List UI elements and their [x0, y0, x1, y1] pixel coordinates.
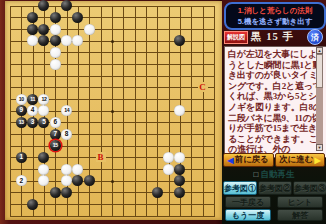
stone: [163, 164, 174, 175]
undo-move-button[interactable]: 一手戻る: [225, 196, 271, 208]
stone: [50, 12, 61, 23]
grid-line: [191, 6, 192, 217]
stone: [61, 164, 72, 175]
back-button-label: 前に戻る: [235, 154, 269, 166]
star-point: [111, 180, 114, 183]
stone: [27, 199, 38, 210]
move-number: 13: [19, 119, 24, 126]
stone: 15: [50, 140, 61, 151]
lesson-title-line1: 1.消しと荒らしの法則: [238, 6, 313, 16]
grid-line: [169, 6, 170, 217]
lesson-title-line2: 5.機を逃さず動き出す: [238, 17, 313, 27]
scroll-up-button[interactable]: ▲: [316, 47, 323, 54]
scrollbar-track[interactable]: ▲ ▼: [316, 47, 323, 151]
auto-replay-label: 自動再生: [260, 169, 294, 181]
back-button[interactable]: ◀ 前に戻る: [223, 153, 274, 167]
stone: [84, 24, 95, 35]
grid-line: [10, 216, 215, 217]
retry-answer-row: もう一度 解答: [225, 209, 323, 221]
stone: [152, 187, 163, 198]
lesson-title-box: 1.消しと荒らしの法則 5.機を逃さず動き出す: [224, 2, 326, 30]
move-number: 7: [54, 131, 58, 138]
go-study-app: 101112941413356781512BC 1.消しと荒らしの法則 5.機を…: [0, 0, 326, 224]
checkbox-icon: □: [254, 170, 259, 179]
move-number: 15: [53, 142, 58, 149]
answer-button[interactable]: 解答: [277, 209, 323, 221]
star-point: [111, 40, 114, 43]
stone: 6: [50, 117, 61, 128]
move-number: 12: [41, 96, 46, 103]
move-number: 11: [30, 96, 35, 103]
stone: 13: [16, 117, 27, 128]
move-number: 5: [42, 119, 46, 126]
move-number: 6: [54, 119, 58, 126]
move-counter: 黒 15 手: [251, 30, 294, 44]
stone: [174, 164, 185, 175]
stone: 11: [27, 94, 38, 105]
stone: 12: [38, 94, 49, 105]
stone: 7: [50, 129, 61, 140]
ref-diagram-2-button[interactable]: 参考図②: [258, 181, 292, 195]
next-button-label: 次に進む: [279, 154, 313, 166]
stone: [50, 47, 61, 58]
grid-line: [123, 6, 124, 217]
auto-replay-checkbox[interactable]: □ 自動再生: [222, 169, 326, 180]
grid-line: [157, 6, 158, 217]
ref-diagram-3-button[interactable]: 参考図③: [293, 181, 326, 195]
diagram-header: 解説図 黒 15 手 済: [224, 30, 324, 44]
scroll-down-button[interactable]: ▼: [316, 144, 323, 151]
move-number: 10: [19, 96, 24, 103]
nav-row: ◀ 前に戻る 次に進む ▶: [223, 153, 325, 167]
grid-line: [146, 6, 147, 217]
grid-line: [10, 134, 215, 135]
stone: [163, 152, 174, 163]
reference-diagram-row: 参考図① 参考図② 参考図③: [223, 181, 325, 195]
star-point: [111, 110, 114, 113]
grid-line: [135, 6, 136, 217]
retry-button[interactable]: もう一度: [225, 209, 271, 221]
next-button[interactable]: 次に進む ▶: [275, 153, 326, 167]
stone: [27, 24, 38, 35]
move-number: 9: [20, 107, 24, 114]
move-number: 2: [20, 178, 24, 185]
move-number: 4: [31, 107, 35, 114]
board-letter-c: C: [198, 82, 208, 92]
hint-button[interactable]: ヒント: [277, 196, 323, 208]
stone: 8: [61, 129, 72, 140]
stone: 2: [16, 175, 27, 186]
stone: [50, 35, 61, 46]
stone: [50, 24, 61, 35]
grid-line: [10, 204, 215, 205]
next-arrow-icon: ▶: [314, 156, 320, 165]
stone: [38, 24, 49, 35]
board-frame: 101112941413356781512BC: [0, 0, 222, 224]
done-badge: 済: [307, 29, 323, 45]
move-number: 1: [20, 154, 24, 161]
stone: [27, 12, 38, 23]
grid-line: [214, 6, 215, 217]
commentary-text: 白が左辺を大事にしようとした瞬間に黒1と動き出すのが良いタイミングです。白2と遮…: [224, 46, 326, 158]
stone: [50, 59, 61, 70]
grid-line: [203, 6, 204, 217]
stone: 1: [16, 152, 27, 163]
stone: [50, 187, 61, 198]
stone: 10: [16, 94, 27, 105]
scroll-thumb[interactable]: [316, 54, 323, 88]
stone: [84, 175, 95, 186]
move-number: 3: [31, 119, 35, 126]
diagram-label-badge: 解説図: [224, 31, 248, 44]
stone: 9: [16, 105, 27, 116]
grid-line: [10, 146, 215, 147]
board-letter-b: B: [96, 152, 106, 162]
move-number: 8: [65, 131, 69, 138]
move-number: 14: [64, 107, 69, 114]
stone: [61, 187, 72, 198]
stone: 3: [27, 117, 38, 128]
side-panel: 1.消しと荒らしの法則 5.機を逃さず動き出す 解説図 黒 15 手 済 白が左…: [222, 0, 326, 224]
back-arrow-icon: ◀: [227, 156, 233, 165]
ref-diagram-1-button[interactable]: 参考図①: [223, 181, 257, 195]
undo-hint-row: 一手戻る ヒント: [225, 196, 323, 208]
